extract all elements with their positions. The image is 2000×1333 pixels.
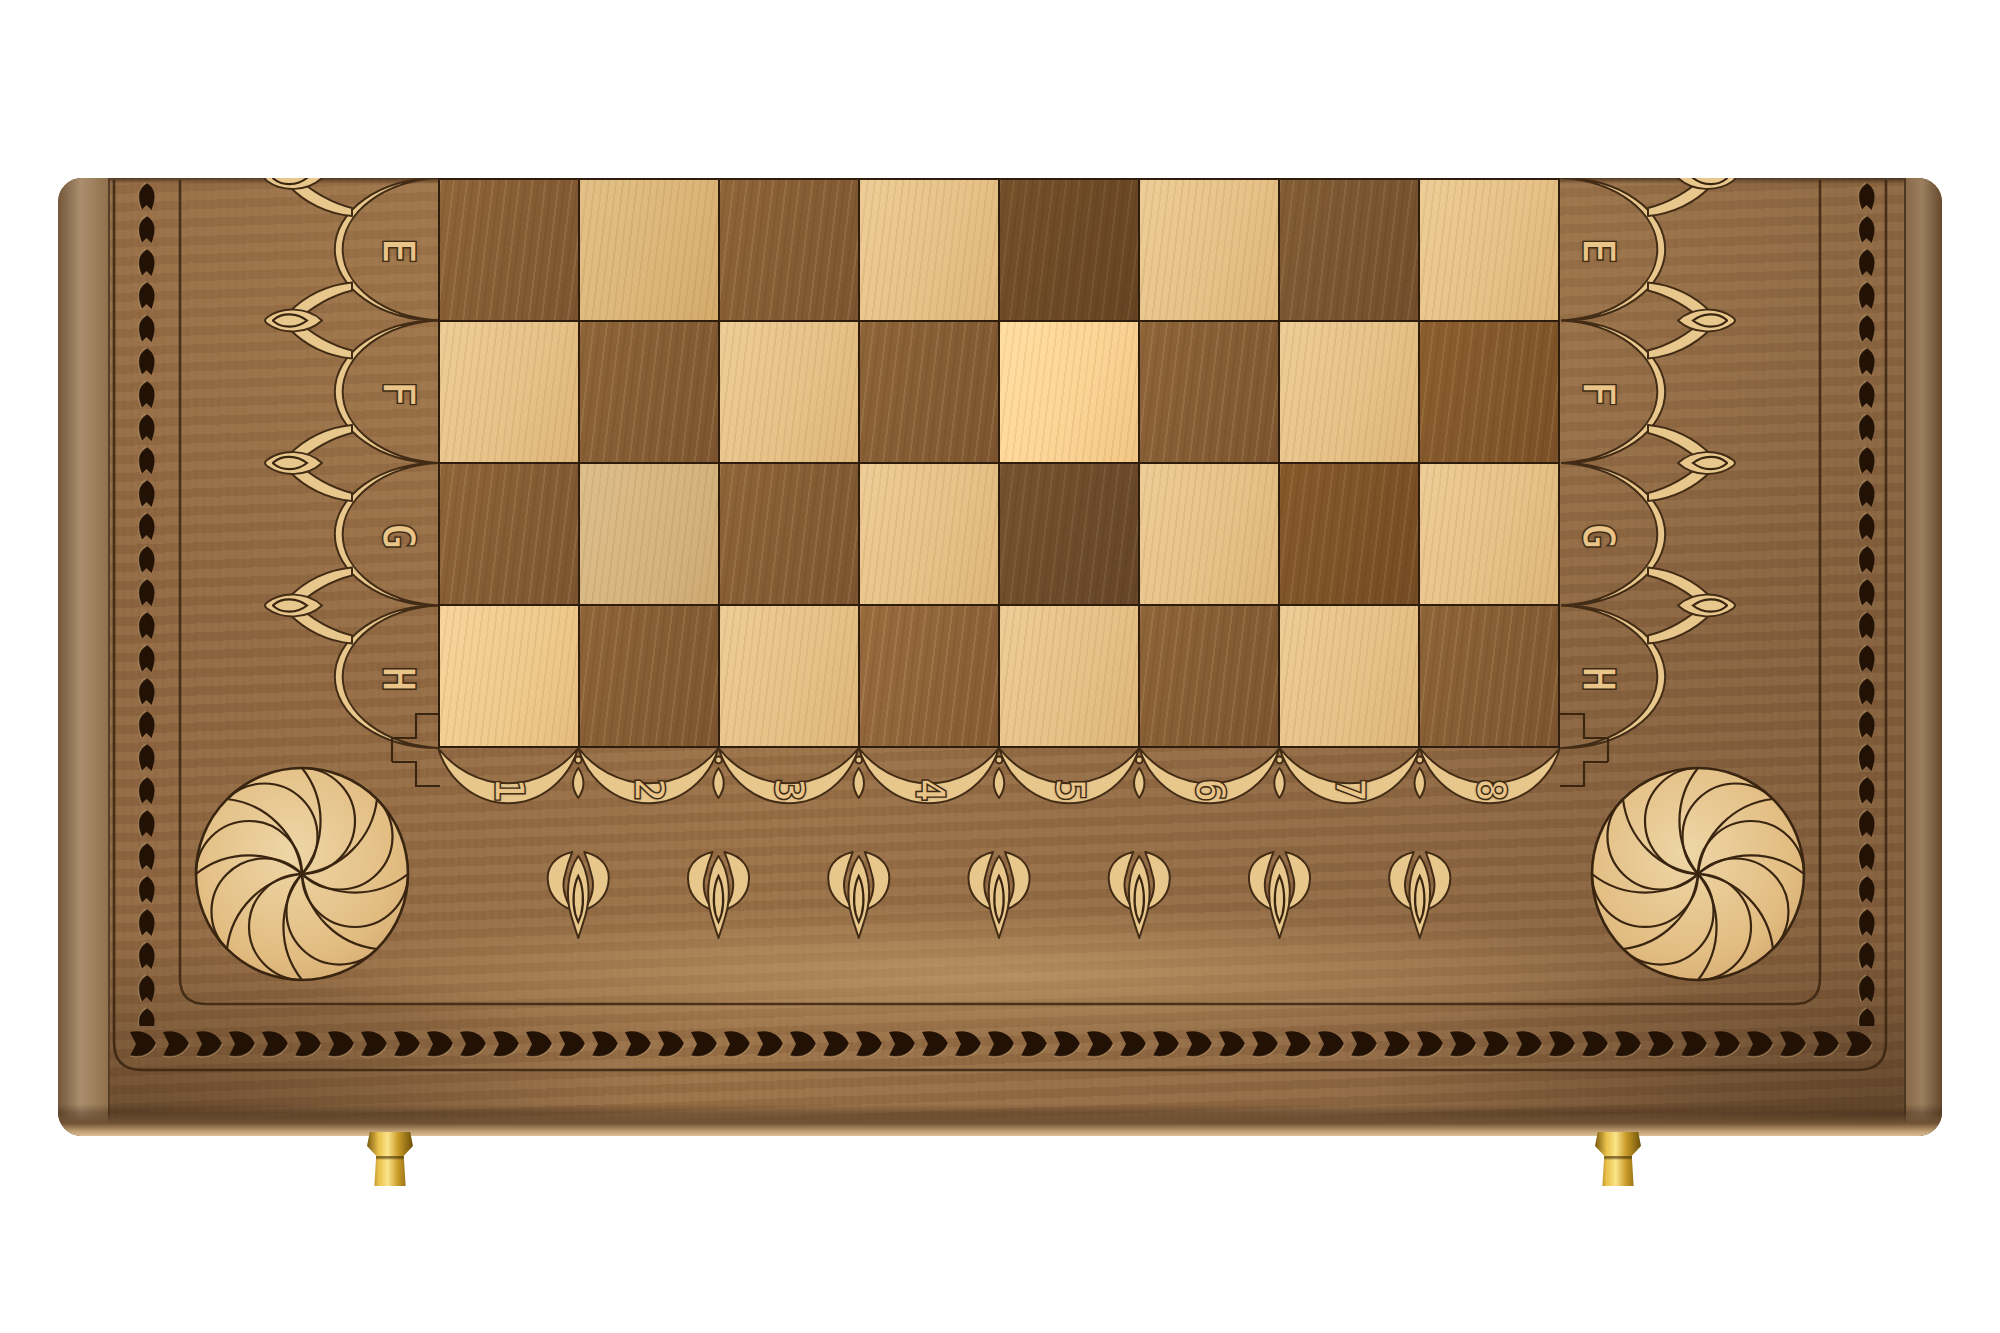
row-label-left-F: F [374, 370, 422, 418]
chevron-band-left [125, 180, 168, 1026]
square-F5[interactable] [1000, 322, 1138, 462]
square-H5[interactable] [1000, 606, 1138, 746]
square-E1[interactable] [440, 180, 578, 320]
square-H2[interactable] [580, 606, 718, 746]
square-G6[interactable] [1140, 464, 1278, 604]
row-label-right-F: F [1574, 370, 1622, 418]
hinge-right [1595, 1132, 1641, 1186]
square-E7[interactable] [1280, 180, 1418, 320]
square-F7[interactable] [1280, 322, 1418, 462]
square-F2[interactable] [580, 322, 718, 462]
row-label-right-G: G [1574, 512, 1622, 560]
chevron-band-right [1833, 180, 1876, 1026]
col-label-4: 4 [908, 768, 952, 812]
square-F6[interactable] [1140, 322, 1278, 462]
square-G4[interactable] [860, 464, 998, 604]
col-label-5: 5 [1048, 768, 1092, 812]
row-label-left-G: G [374, 512, 422, 560]
square-H4[interactable] [860, 606, 998, 746]
col-label-3: 3 [767, 768, 811, 812]
square-H1[interactable] [440, 606, 578, 746]
square-H3[interactable] [720, 606, 858, 746]
square-G5[interactable] [1000, 464, 1138, 604]
wooden-chess-box-lid: E F G H E F G H 1 2 3 4 5 6 7 8 [58, 178, 1942, 1136]
row-label-right-H: H [1574, 655, 1622, 703]
square-E2[interactable] [580, 180, 718, 320]
eternity-rosette-left [196, 768, 408, 980]
hinge-left [367, 1132, 413, 1186]
box-bottom-bevel [58, 1104, 1942, 1136]
square-G7[interactable] [1280, 464, 1418, 604]
col-label-2: 2 [627, 768, 671, 812]
square-E6[interactable] [1140, 180, 1278, 320]
square-E8[interactable] [1420, 180, 1558, 320]
row-label-left-E: E [374, 227, 422, 275]
square-F4[interactable] [860, 322, 998, 462]
col-label-6: 6 [1188, 768, 1232, 812]
photo-background: E F G H E F G H 1 2 3 4 5 6 7 8 [0, 0, 2000, 1333]
col-label-8: 8 [1469, 768, 1513, 812]
square-H7[interactable] [1280, 606, 1418, 746]
square-G1[interactable] [440, 464, 578, 604]
col-label-7: 7 [1328, 768, 1372, 812]
row-label-right-E: E [1574, 227, 1622, 275]
square-F3[interactable] [720, 322, 858, 462]
chessboard-half [438, 178, 1560, 748]
square-E3[interactable] [720, 180, 858, 320]
square-G3[interactable] [720, 464, 858, 604]
col-label-1: 1 [487, 768, 531, 812]
square-G8[interactable] [1420, 464, 1558, 604]
square-E4[interactable] [860, 180, 998, 320]
row-label-left-H: H [374, 655, 422, 703]
eternity-rosette-right [1592, 768, 1804, 980]
square-H8[interactable] [1420, 606, 1558, 746]
square-E5[interactable] [1000, 180, 1138, 320]
square-F1[interactable] [440, 322, 578, 462]
square-G2[interactable] [580, 464, 718, 604]
square-H6[interactable] [1140, 606, 1278, 746]
chevron-band-bottom [125, 1026, 1875, 1062]
square-F8[interactable] [1420, 322, 1558, 462]
